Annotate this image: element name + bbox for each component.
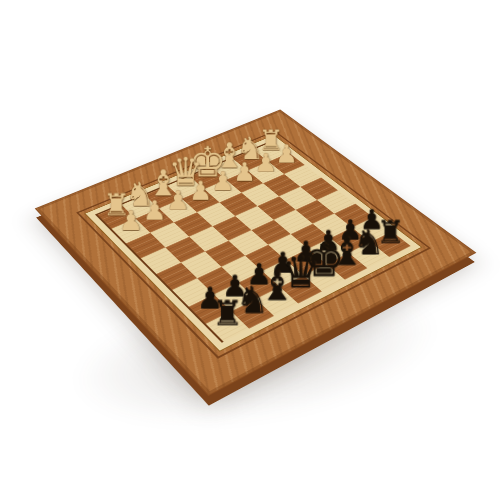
scene: ♜♞♝♛♚♝♞♜♟♟♟♟♟♟♟♟♟♟♟♟♟♟♟♟♜♞♝♛♚♝♞♜ [0,0,500,500]
white-pawn[interactable]: ♟ [211,168,234,194]
white-pawn[interactable]: ♟ [119,207,143,234]
chessboard: ♜♞♝♛♚♝♞♜♟♟♟♟♟♟♟♟♟♟♟♟♟♟♟♟♜♞♝♛♚♝♞♜ [35,109,477,396]
white-pawn[interactable]: ♟ [189,178,212,204]
frame-groove-inlay: ♜♞♝♛♚♝♞♜♟♟♟♟♟♟♟♟♟♟♟♟♟♟♟♟♜♞♝♛♚♝♞♜ [76,130,431,358]
white-pawn[interactable]: ♟ [143,197,167,224]
playing-field: ♜♞♝♛♚♝♞♜♟♟♟♟♟♟♟♟♟♟♟♟♟♟♟♟♜♞♝♛♚♝♞♜ [95,140,411,342]
black-rook[interactable]: ♜ [212,296,243,330]
pieces-layer: ♜♞♝♛♚♝♞♜♟♟♟♟♟♟♟♟♟♟♟♟♟♟♟♟♜♞♝♛♚♝♞♜ [98,142,408,341]
white-pawn[interactable]: ♟ [254,150,277,175]
white-pawn[interactable]: ♟ [275,141,297,166]
white-pawn[interactable]: ♟ [233,159,256,185]
board-frame: ♜♞♝♛♚♝♞♜♟♟♟♟♟♟♟♟♟♟♟♟♟♟♟♟♜♞♝♛♚♝♞♜ [35,109,477,396]
white-pawn[interactable]: ♟ [166,187,190,213]
